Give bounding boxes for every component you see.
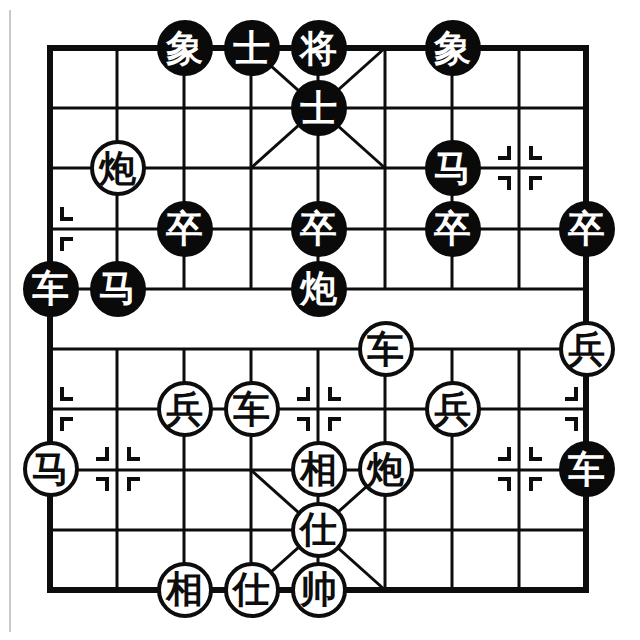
piece-black-soldier[interactable]: 卒	[157, 201, 213, 257]
marker-corner	[529, 176, 542, 190]
marker-corner	[60, 387, 73, 401]
marker-corner	[328, 417, 341, 431]
marker-corner	[60, 207, 73, 221]
marker-corner	[127, 477, 140, 491]
piece-red-horse[interactable]: 马	[23, 441, 79, 497]
marker-corner	[60, 237, 73, 251]
point-marker	[564, 386, 610, 432]
marker-corner	[297, 417, 310, 431]
marker-corner	[565, 387, 578, 401]
piece-red-advisor[interactable]: 仕	[224, 562, 280, 618]
marker-corner	[498, 176, 511, 190]
piece-red-chariot[interactable]: 车	[358, 321, 414, 377]
piece-black-cannon[interactable]: 炮	[291, 261, 347, 317]
piece-black-soldier[interactable]: 卒	[291, 201, 347, 257]
piece-black-elephant[interactable]: 象	[157, 20, 213, 76]
piece-black-general[interactable]: 将	[291, 20, 347, 76]
point-marker	[95, 446, 141, 492]
piece-black-advisor[interactable]: 士	[224, 20, 280, 76]
piece-black-horse[interactable]: 马	[425, 140, 481, 196]
marker-corner	[96, 447, 109, 461]
piece-red-cannon[interactable]: 炮	[90, 140, 146, 196]
piece-black-elephant[interactable]: 象	[425, 20, 481, 76]
marker-corner	[498, 146, 511, 160]
xiangqi-diagram: 象士将象士炮马卒卒卒卒车马炮车兵兵车兵马相炮车仕相仕帅	[0, 0, 640, 640]
piece-red-chariot[interactable]: 车	[224, 381, 280, 437]
marker-corner	[328, 387, 341, 401]
marker-corner	[529, 447, 542, 461]
point-marker	[296, 386, 342, 432]
piece-black-soldier[interactable]: 卒	[559, 201, 615, 257]
piece-black-advisor[interactable]: 士	[291, 80, 347, 136]
piece-red-advisor[interactable]: 仕	[291, 502, 347, 558]
marker-corner	[96, 477, 109, 491]
piece-red-soldier[interactable]: 兵	[425, 381, 481, 437]
xiangqi-board: 象士将象士炮马卒卒卒卒车马炮车兵兵车兵马相炮车仕相仕帅	[17, 18, 620, 620]
point-marker	[28, 206, 74, 252]
point-marker	[497, 446, 543, 492]
marker-corner	[529, 477, 542, 491]
piece-black-chariot[interactable]: 车	[23, 261, 79, 317]
marker-corner	[60, 417, 73, 431]
piece-red-elephant[interactable]: 相	[157, 562, 213, 618]
piece-red-elephant[interactable]: 相	[291, 441, 347, 497]
point-marker	[28, 386, 74, 432]
marker-corner	[498, 477, 511, 491]
piece-red-soldier[interactable]: 兵	[559, 321, 615, 377]
marker-corner	[498, 447, 511, 461]
piece-black-horse[interactable]: 马	[90, 261, 146, 317]
marker-corner	[297, 387, 310, 401]
piece-red-general[interactable]: 帅	[291, 562, 347, 618]
piece-red-soldier[interactable]: 兵	[157, 381, 213, 437]
marker-corner	[127, 447, 140, 461]
marker-corner	[565, 417, 578, 431]
point-marker	[497, 145, 543, 191]
marker-corner	[529, 146, 542, 160]
piece-black-chariot[interactable]: 车	[559, 441, 615, 497]
piece-red-cannon[interactable]: 炮	[358, 441, 414, 497]
piece-black-soldier[interactable]: 卒	[425, 201, 481, 257]
